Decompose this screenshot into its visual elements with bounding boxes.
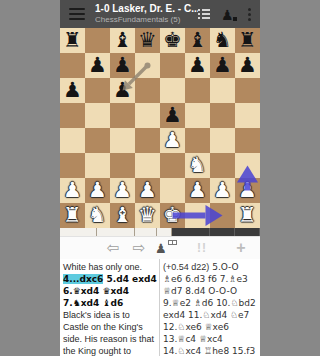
square-e8[interactable]: ♚ [160, 28, 185, 53]
square-h6[interactable] [235, 78, 260, 103]
chess-pgn-app: 1-0 Lasker, Dr. E. - C... ChessFundament… [60, 0, 260, 356]
square-g4[interactable] [210, 128, 235, 153]
overflow-menu-icon[interactable] [246, 6, 253, 23]
square-g8[interactable]: ♞ [210, 28, 235, 53]
white-knight-f3[interactable]: ♞ [185, 153, 210, 178]
black-pawn-f7[interactable]: ♟ [185, 53, 210, 78]
engine-eval: (+0.54 d22) [163, 262, 209, 272]
square-h1[interactable]: ♜ [235, 203, 260, 228]
black-pawn-g7[interactable]: ♟ [210, 53, 235, 78]
plus-icon: + [236, 239, 245, 257]
next-move-button[interactable]: ⇨ [126, 237, 152, 259]
square-c2[interactable]: ♟ [110, 178, 135, 203]
square-d8[interactable]: ♛ [135, 28, 160, 53]
white-pawn-e4[interactable]: ♟ [160, 128, 185, 153]
square-a4[interactable] [60, 128, 85, 153]
white-pawn-f2[interactable]: ♟ [185, 178, 210, 203]
square-a2[interactable]: ♟ [60, 178, 85, 203]
square-h3[interactable] [235, 153, 260, 178]
black-pawn-b7[interactable]: ♟ [85, 53, 110, 78]
white-pawn-h2[interactable]: ♟ [235, 178, 260, 203]
white-knight-b1[interactable]: ♞ [85, 203, 110, 228]
game-title-block: 1-0 Lasker, Dr. E. - C... ChessFundament… [95, 3, 198, 25]
square-b6[interactable] [85, 78, 110, 103]
square-e6[interactable] [160, 78, 185, 103]
square-b2[interactable]: ♟ [85, 178, 110, 203]
game-list-icon[interactable] [198, 9, 210, 19]
board-grid[interactable]: ♜♝♛♚♝♞♜♟♟♟♟♟♟♟♟♟♞♟♟♟♟♟♟♟♜♞♝♛♚♜ [60, 28, 260, 228]
square-a5[interactable] [60, 103, 85, 128]
square-f8[interactable]: ♝ [185, 28, 210, 53]
white-rook-h1[interactable]: ♜ [235, 203, 260, 228]
black-pawn-e5[interactable]: ♟ [160, 103, 185, 128]
square-d5[interactable] [135, 103, 160, 128]
progress-segment-done[interactable] [60, 228, 97, 236]
white-bishop-c1[interactable]: ♝ [110, 203, 135, 228]
white-queen-d1[interactable]: ♛ [135, 203, 160, 228]
square-h8[interactable]: ♜ [235, 28, 260, 53]
progress-segment-todo[interactable] [172, 228, 210, 236]
annotate-button[interactable]: !! [191, 237, 213, 259]
square-f5[interactable] [185, 103, 210, 128]
square-a1[interactable]: ♜ [60, 203, 85, 228]
square-g3[interactable] [210, 153, 235, 178]
square-f4[interactable] [185, 128, 210, 153]
lower-panels: White has only one.4...dxc6 5.d4 exd4 6.… [60, 259, 260, 356]
progress-segment-done[interactable] [135, 228, 157, 236]
square-a8[interactable]: ♜ [60, 28, 85, 53]
engine-piece-icon[interactable]: ♟ [221, 6, 235, 22]
square-b1[interactable]: ♞ [85, 203, 110, 228]
engine-toggle-button[interactable]: ♟ [152, 237, 174, 259]
square-c3[interactable] [110, 153, 135, 178]
black-bishop-f8[interactable]: ♝ [185, 28, 210, 53]
square-a7[interactable] [60, 53, 85, 78]
prev-move-button[interactable]: ⇦ [100, 237, 126, 259]
square-d4[interactable] [135, 128, 160, 153]
square-g7[interactable]: ♟ [210, 53, 235, 78]
square-a3[interactable] [60, 153, 85, 178]
database-name: ChessFundamentals (5) [95, 15, 198, 25]
square-g1[interactable] [210, 203, 235, 228]
square-c8[interactable]: ♝ [110, 28, 135, 53]
current-move[interactable]: 4...dxc6 [63, 274, 103, 284]
square-c4[interactable] [110, 128, 135, 153]
white-pawn-g2[interactable]: ♟ [210, 178, 235, 203]
black-pawn-h7[interactable]: ♟ [235, 53, 260, 78]
square-f2[interactable]: ♟ [185, 178, 210, 203]
bottom-toolbar: ⇦ ⇨ ♟ !! + [60, 236, 260, 259]
square-e5[interactable]: ♟ [160, 103, 185, 128]
square-f1[interactable] [185, 203, 210, 228]
game-title: 1-0 Lasker, Dr. E. - C... [95, 3, 198, 15]
square-h4[interactable] [235, 128, 260, 153]
white-pawn-d2[interactable]: ♟ [135, 178, 160, 203]
back-arrow-icon: ⇦ [107, 237, 120, 259]
black-pawn-a6[interactable]: ♟ [60, 78, 85, 103]
annotation-icon: !! [197, 241, 207, 255]
white-rook-a1[interactable]: ♜ [60, 203, 85, 228]
chess-board[interactable]: ♜♝♛♚♝♞♜♟♟♟♟♟♟♟♟♟♞♟♟♟♟♟♟♟♜♞♝♛♚♜ [60, 28, 260, 228]
white-pawn-b2[interactable]: ♟ [85, 178, 110, 203]
square-b8[interactable] [85, 28, 110, 53]
square-e7[interactable] [160, 53, 185, 78]
square-h7[interactable]: ♟ [235, 53, 260, 78]
white-king-e1[interactable]: ♚ [160, 203, 185, 228]
square-f6[interactable] [185, 78, 210, 103]
black-rook-a8[interactable]: ♜ [60, 28, 85, 53]
annotation-text: Black's idea is to Castle on the King's … [63, 309, 157, 356]
square-a6[interactable]: ♟ [60, 78, 85, 103]
square-e1[interactable]: ♚ [160, 203, 185, 228]
progress-segment-todo[interactable] [210, 228, 235, 236]
square-d6[interactable] [135, 78, 160, 103]
square-b5[interactable] [85, 103, 110, 128]
progress-segment-todo[interactable] [235, 228, 260, 236]
notation-panel[interactable]: White has only one.4...dxc6 5.d4 exd4 6.… [60, 259, 160, 356]
black-rook-h8[interactable]: ♜ [235, 28, 260, 53]
square-d1[interactable]: ♛ [135, 203, 160, 228]
square-d3[interactable] [135, 153, 160, 178]
progress-segment-done[interactable] [97, 228, 135, 236]
square-d2[interactable]: ♟ [135, 178, 160, 203]
add-move-button[interactable]: + [230, 237, 252, 259]
white-pawn-c2[interactable]: ♟ [110, 178, 135, 203]
game-progress-bar[interactable] [60, 228, 260, 236]
forward-arrow-icon: ⇨ [133, 237, 146, 259]
square-d7[interactable] [135, 53, 160, 78]
square-e2[interactable] [160, 178, 185, 203]
square-e3[interactable] [160, 153, 185, 178]
black-knight-g8[interactable]: ♞ [210, 28, 235, 53]
square-f3[interactable]: ♞ [185, 153, 210, 178]
square-c6[interactable]: ♟ [110, 78, 135, 103]
black-king-e8[interactable]: ♚ [160, 28, 185, 53]
square-e4[interactable]: ♟ [160, 128, 185, 153]
black-bishop-c8[interactable]: ♝ [110, 28, 135, 53]
square-c5[interactable] [110, 103, 135, 128]
menu-icon[interactable] [69, 8, 85, 20]
square-b3[interactable] [85, 153, 110, 178]
square-b7[interactable]: ♟ [85, 53, 110, 78]
square-g2[interactable]: ♟ [210, 178, 235, 203]
annotation-text: White has only one. [63, 261, 157, 273]
black-pawn-c7[interactable]: ♟ [110, 53, 135, 78]
square-c1[interactable]: ♝ [110, 203, 135, 228]
black-pawn-c6[interactable]: ♟ [110, 78, 135, 103]
white-pawn-a2[interactable]: ♟ [60, 178, 85, 203]
black-queen-d8[interactable]: ♛ [135, 28, 160, 53]
engine-panel[interactable]: (+0.54 d22) 5.O-O ♗e6 6.d3 f6 7.♗e3 ♕d7 … [160, 259, 260, 356]
engine-icon: ♟ [155, 239, 171, 257]
engine-line[interactable]: 5.O-O ♗e6 6.d3 f6 7.♗e3 ♕d7 8.d4 O-O-O 9… [163, 262, 256, 356]
square-f7[interactable]: ♟ [185, 53, 210, 78]
square-b4[interactable] [85, 128, 110, 153]
square-g5[interactable] [210, 103, 235, 128]
square-h5[interactable] [235, 103, 260, 128]
square-h2[interactable]: ♟ [235, 178, 260, 203]
top-app-bar: 1-0 Lasker, Dr. E. - C... ChessFundament… [60, 0, 260, 28]
square-g6[interactable] [210, 78, 235, 103]
progress-segment-done[interactable] [157, 228, 172, 236]
square-c7[interactable]: ♟ [110, 53, 135, 78]
